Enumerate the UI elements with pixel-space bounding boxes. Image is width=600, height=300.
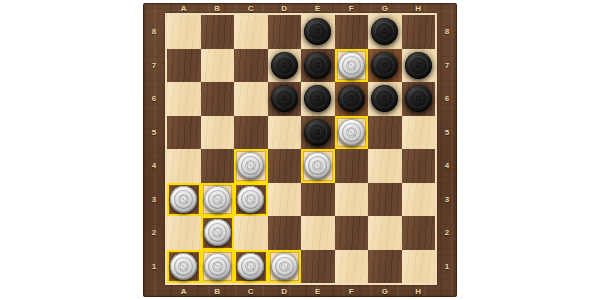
square-A2[interactable] bbox=[167, 216, 201, 250]
square-F2[interactable] bbox=[335, 216, 369, 250]
square-G3[interactable] bbox=[368, 183, 402, 217]
square-C2[interactable] bbox=[234, 216, 268, 250]
square-A7[interactable] bbox=[167, 49, 201, 83]
square-F7[interactable] bbox=[335, 49, 369, 83]
square-G4[interactable] bbox=[368, 149, 402, 183]
white-piece-D1[interactable] bbox=[271, 253, 298, 280]
square-H3[interactable] bbox=[402, 183, 436, 217]
square-D2[interactable] bbox=[268, 216, 302, 250]
square-C4[interactable] bbox=[234, 149, 268, 183]
app-screen: checkers (draughts) ABCDEFGH ABCDEFGH 87… bbox=[0, 0, 600, 300]
black-piece-G6[interactable] bbox=[371, 85, 398, 112]
square-E6[interactable] bbox=[301, 82, 335, 116]
black-piece-E8[interactable] bbox=[304, 18, 331, 45]
square-H1[interactable] bbox=[402, 250, 436, 284]
square-C7[interactable] bbox=[234, 49, 268, 83]
square-A3[interactable] bbox=[167, 183, 201, 217]
white-piece-A1[interactable] bbox=[170, 253, 197, 280]
rank-label-4: 4 bbox=[143, 149, 165, 183]
square-E5[interactable] bbox=[301, 116, 335, 150]
file-label-F: F bbox=[335, 285, 369, 297]
square-E7[interactable] bbox=[301, 49, 335, 83]
square-E2[interactable] bbox=[301, 216, 335, 250]
square-E1[interactable] bbox=[301, 250, 335, 284]
black-piece-D7[interactable] bbox=[271, 52, 298, 79]
file-labels-bottom: ABCDEFGH bbox=[167, 285, 435, 297]
white-piece-C1[interactable] bbox=[237, 253, 264, 280]
square-B1[interactable] bbox=[201, 250, 235, 284]
square-A8[interactable] bbox=[167, 15, 201, 49]
square-G5[interactable] bbox=[368, 116, 402, 150]
black-piece-G7[interactable] bbox=[371, 52, 398, 79]
white-piece-F7[interactable] bbox=[338, 52, 365, 79]
black-piece-E5[interactable] bbox=[304, 119, 331, 146]
square-B2[interactable] bbox=[201, 216, 235, 250]
square-G1[interactable] bbox=[368, 250, 402, 284]
black-piece-G8[interactable] bbox=[371, 18, 398, 45]
rank-label-5: 5 bbox=[437, 116, 457, 150]
square-F6[interactable] bbox=[335, 82, 369, 116]
square-H5[interactable] bbox=[402, 116, 436, 150]
square-C3[interactable] bbox=[234, 183, 268, 217]
square-F3[interactable] bbox=[335, 183, 369, 217]
game-title: checkers (draughts) bbox=[0, 0, 1, 1]
square-D4[interactable] bbox=[268, 149, 302, 183]
file-labels-top: ABCDEFGH bbox=[167, 3, 435, 13]
square-A4[interactable] bbox=[167, 149, 201, 183]
file-label-B: B bbox=[201, 3, 235, 13]
square-B6[interactable] bbox=[201, 82, 235, 116]
rank-label-8: 8 bbox=[437, 15, 457, 49]
square-E4[interactable] bbox=[301, 149, 335, 183]
white-piece-F5[interactable] bbox=[338, 119, 365, 146]
square-C8[interactable] bbox=[234, 15, 268, 49]
file-label-A: A bbox=[167, 285, 201, 297]
square-A1[interactable] bbox=[167, 250, 201, 284]
white-piece-E4[interactable] bbox=[304, 152, 331, 179]
square-H4[interactable] bbox=[402, 149, 436, 183]
square-C6[interactable] bbox=[234, 82, 268, 116]
rank-label-1: 1 bbox=[437, 250, 457, 284]
rank-label-2: 2 bbox=[143, 216, 165, 250]
square-A6[interactable] bbox=[167, 82, 201, 116]
rank-labels-right: 87654321 bbox=[437, 15, 457, 283]
square-C5[interactable] bbox=[234, 116, 268, 150]
rank-label-7: 7 bbox=[437, 49, 457, 83]
rank-labels-left: 87654321 bbox=[143, 15, 165, 283]
black-piece-E7[interactable] bbox=[304, 52, 331, 79]
white-piece-C3[interactable] bbox=[237, 186, 264, 213]
square-A5[interactable] bbox=[167, 116, 201, 150]
white-piece-B1[interactable] bbox=[204, 253, 231, 280]
square-D5[interactable] bbox=[268, 116, 302, 150]
square-B5[interactable] bbox=[201, 116, 235, 150]
square-F5[interactable] bbox=[335, 116, 369, 150]
rank-label-2: 2 bbox=[437, 216, 457, 250]
black-piece-H7[interactable] bbox=[405, 52, 432, 79]
square-H8[interactable] bbox=[402, 15, 436, 49]
square-D8[interactable] bbox=[268, 15, 302, 49]
square-D6[interactable] bbox=[268, 82, 302, 116]
file-label-D: D bbox=[268, 285, 302, 297]
file-label-C: C bbox=[234, 3, 268, 13]
white-piece-A3[interactable] bbox=[170, 186, 197, 213]
file-label-G: G bbox=[368, 3, 402, 13]
square-B4[interactable] bbox=[201, 149, 235, 183]
rank-label-3: 3 bbox=[437, 183, 457, 217]
rank-label-3: 3 bbox=[143, 183, 165, 217]
file-label-G: G bbox=[368, 285, 402, 297]
black-piece-D6[interactable] bbox=[271, 85, 298, 112]
white-piece-B3[interactable] bbox=[204, 186, 231, 213]
square-F8[interactable] bbox=[335, 15, 369, 49]
board-inner-border bbox=[165, 13, 437, 285]
square-G6[interactable] bbox=[368, 82, 402, 116]
rank-label-4: 4 bbox=[437, 149, 457, 183]
file-label-A: A bbox=[167, 3, 201, 13]
rank-label-1: 1 bbox=[143, 250, 165, 284]
square-G2[interactable] bbox=[368, 216, 402, 250]
black-piece-E6[interactable] bbox=[304, 85, 331, 112]
square-H7[interactable] bbox=[402, 49, 436, 83]
white-piece-B2[interactable] bbox=[204, 219, 231, 246]
rank-label-6: 6 bbox=[437, 82, 457, 116]
file-label-D: D bbox=[268, 3, 302, 13]
square-H2[interactable] bbox=[402, 216, 436, 250]
file-label-E: E bbox=[301, 3, 335, 13]
square-C1[interactable] bbox=[234, 250, 268, 284]
file-label-C: C bbox=[234, 285, 268, 297]
board-grid bbox=[167, 15, 435, 283]
square-G8[interactable] bbox=[368, 15, 402, 49]
square-F4[interactable] bbox=[335, 149, 369, 183]
rank-label-5: 5 bbox=[143, 116, 165, 150]
white-piece-C4[interactable] bbox=[237, 152, 264, 179]
file-label-B: B bbox=[201, 285, 235, 297]
square-E8[interactable] bbox=[301, 15, 335, 49]
square-D7[interactable] bbox=[268, 49, 302, 83]
rank-label-8: 8 bbox=[143, 15, 165, 49]
black-piece-F6[interactable] bbox=[338, 85, 365, 112]
square-E3[interactable] bbox=[301, 183, 335, 217]
square-B7[interactable] bbox=[201, 49, 235, 83]
square-D3[interactable] bbox=[268, 183, 302, 217]
rank-label-6: 6 bbox=[143, 82, 165, 116]
square-D1[interactable] bbox=[268, 250, 302, 284]
square-B3[interactable] bbox=[201, 183, 235, 217]
square-F1[interactable] bbox=[335, 250, 369, 284]
checkers-board: ABCDEFGH ABCDEFGH 87654321 87654321 bbox=[143, 3, 457, 297]
square-B8[interactable] bbox=[201, 15, 235, 49]
file-label-H: H bbox=[402, 285, 436, 297]
square-G7[interactable] bbox=[368, 49, 402, 83]
file-label-H: H bbox=[402, 3, 436, 13]
file-label-F: F bbox=[335, 3, 369, 13]
black-piece-H6[interactable] bbox=[405, 85, 432, 112]
rank-label-7: 7 bbox=[143, 49, 165, 83]
file-label-E: E bbox=[301, 285, 335, 297]
square-H6[interactable] bbox=[402, 82, 436, 116]
